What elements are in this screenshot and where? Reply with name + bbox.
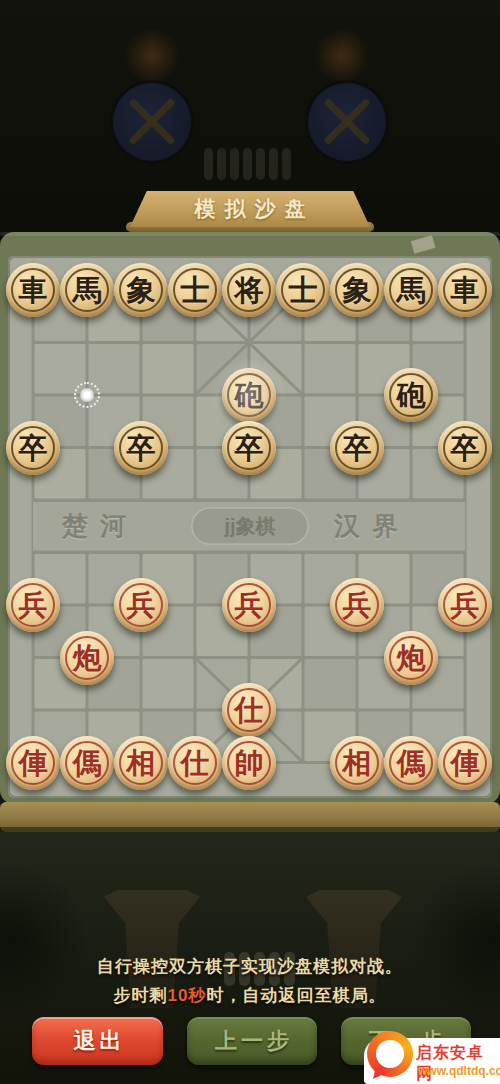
piece-glyph: 車	[19, 263, 48, 317]
piece-layer: 車馬象士将士象馬車砲砲卒卒卒卒卒兵兵兵兵兵炮炮仕俥傌相仕帥相傌俥	[0, 0, 500, 1084]
piece-red-horse[interactable]: 傌	[60, 736, 114, 790]
piece-glyph: 相	[127, 736, 156, 790]
piece-red-soldier[interactable]: 兵	[330, 578, 384, 632]
piece-glyph: 卒	[343, 421, 372, 475]
piece-glyph: 馬	[397, 263, 426, 317]
piece-red-cannon[interactable]: 炮	[384, 631, 438, 685]
watermark-site-url: www.qdltdq.com	[418, 1064, 500, 1078]
piece-glyph: 相	[343, 736, 372, 790]
piece-glyph: 兵	[127, 578, 156, 632]
piece-black-chariot[interactable]: 車	[6, 263, 60, 317]
piece-glyph: 傌	[397, 736, 426, 790]
piece-glyph: 帥	[235, 736, 264, 790]
piece-red-chariot[interactable]: 俥	[438, 736, 492, 790]
previous-step-button[interactable]: 上一步	[187, 1017, 317, 1065]
piece-glyph: 士	[181, 263, 210, 317]
piece-glyph: 馬	[73, 263, 102, 317]
piece-black-elephant[interactable]: 象	[114, 263, 168, 317]
tip-line-1: 自行操控双方棋子实现沙盘模拟对战。	[0, 955, 500, 978]
game-screen: 模拟沙盘 楚河汉界jj象棋 車馬象士将士象馬車砲砲卒卒卒卒卒兵兵兵兵兵炮炮仕俥傌…	[0, 0, 500, 1084]
piece-glyph: 仕	[181, 736, 210, 790]
piece-glyph: 車	[451, 263, 480, 317]
piece-glyph: 砲	[397, 368, 426, 422]
piece-glyph: 卒	[127, 421, 156, 475]
piece-glyph: 象	[127, 263, 156, 317]
piece-red-soldier[interactable]: 兵	[222, 578, 276, 632]
piece-red-advisor[interactable]: 仕	[222, 683, 276, 737]
piece-glyph: 兵	[451, 578, 480, 632]
piece-red-advisor[interactable]: 仕	[168, 736, 222, 790]
piece-black-chariot[interactable]: 車	[438, 263, 492, 317]
countdown-value: 10秒	[168, 986, 207, 1005]
piece-red-elephant[interactable]: 相	[330, 736, 384, 790]
exit-button[interactable]: 退出	[32, 1017, 163, 1065]
piece-black-general[interactable]: 将	[222, 263, 276, 317]
piece-red-horse[interactable]: 傌	[384, 736, 438, 790]
piece-glyph: 俥	[19, 736, 48, 790]
piece-black-advisor[interactable]: 士	[276, 263, 330, 317]
piece-glyph: 兵	[343, 578, 372, 632]
piece-glyph: 仕	[235, 683, 264, 737]
piece-glyph: 兵	[19, 578, 48, 632]
piece-black-soldier[interactable]: 卒	[6, 421, 60, 475]
piece-black-soldier[interactable]: 卒	[438, 421, 492, 475]
page-title: 模拟沙盘	[186, 195, 315, 223]
piece-red-soldier[interactable]: 兵	[6, 578, 60, 632]
piece-red-chariot[interactable]: 俥	[6, 736, 60, 790]
piece-glyph: 炮	[397, 631, 426, 685]
piece-glyph: 兵	[235, 578, 264, 632]
piece-glyph: 卒	[451, 421, 480, 475]
piece-glyph: 傌	[73, 736, 102, 790]
piece-red-soldier[interactable]: 兵	[114, 578, 168, 632]
piece-black-horse[interactable]: 馬	[384, 263, 438, 317]
watermark-q-logo-icon	[367, 1031, 413, 1077]
title-banner: 模拟沙盘	[0, 191, 500, 232]
piece-glyph: 俥	[451, 736, 480, 790]
piece-black-advisor[interactable]: 士	[168, 263, 222, 317]
piece-glyph: 士	[289, 263, 318, 317]
piece-black-cannon[interactable]: 砲	[384, 368, 438, 422]
piece-glyph: 卒	[19, 421, 48, 475]
piece-glyph: 炮	[73, 631, 102, 685]
last-move-glow-effect	[210, 356, 288, 434]
piece-red-general[interactable]: 帥	[222, 736, 276, 790]
piece-red-cannon[interactable]: 炮	[60, 631, 114, 685]
piece-glyph: 象	[343, 263, 372, 317]
selection-sparkle-effect	[74, 382, 100, 408]
piece-red-soldier[interactable]: 兵	[438, 578, 492, 632]
piece-red-elephant[interactable]: 相	[114, 736, 168, 790]
piece-glyph: 将	[235, 263, 264, 317]
piece-black-elephant[interactable]: 象	[330, 263, 384, 317]
piece-black-horse[interactable]: 馬	[60, 263, 114, 317]
site-watermark: 启东安卓网 www.qdltdq.com	[364, 1038, 500, 1084]
piece-black-soldier[interactable]: 卒	[114, 421, 168, 475]
piece-black-soldier[interactable]: 卒	[330, 421, 384, 475]
tip-line-2: 步时剩10秒时，自动返回至棋局。	[0, 984, 500, 1007]
